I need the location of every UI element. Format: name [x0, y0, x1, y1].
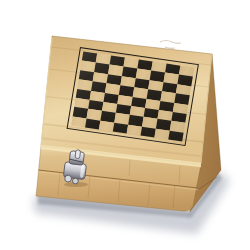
- chessboard-frame: [67, 47, 199, 146]
- chessboard-grid: [71, 52, 194, 142]
- product-photo: [0, 0, 250, 250]
- board-square: [168, 130, 183, 141]
- lid-grain-mark: [160, 41, 181, 49]
